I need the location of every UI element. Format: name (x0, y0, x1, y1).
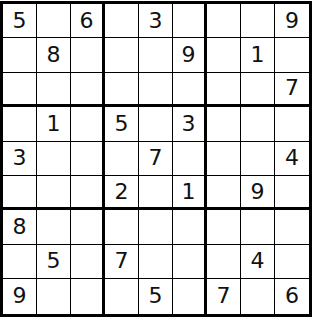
given-digit: 3 (13, 147, 27, 169)
cell-r6c8[interactable]: 9 (241, 176, 275, 210)
cell-r6c7[interactable] (207, 176, 241, 210)
given-digit: 8 (47, 44, 61, 66)
given-digit: 6 (80, 10, 94, 32)
cell-r5c5[interactable]: 7 (139, 142, 173, 176)
cell-r8c1[interactable] (3, 245, 37, 279)
given-digit: 9 (251, 181, 265, 203)
cell-r2c2[interactable]: 8 (37, 38, 71, 72)
cell-r1c6[interactable] (173, 4, 207, 38)
cell-r1c1[interactable]: 5 (3, 4, 37, 38)
given-digit: 1 (251, 44, 265, 66)
cell-r1c9[interactable]: 9 (275, 4, 309, 38)
cell-r1c4[interactable] (105, 4, 139, 38)
cell-r5c2[interactable] (37, 142, 71, 176)
cell-r2c8[interactable]: 1 (241, 38, 275, 72)
given-digit: 3 (149, 10, 163, 32)
cell-r4c8[interactable] (241, 107, 275, 141)
cell-r5c7[interactable] (207, 142, 241, 176)
cell-r4c7[interactable] (207, 107, 241, 141)
cell-r9c6[interactable] (173, 279, 207, 313)
cell-r8c5[interactable] (139, 245, 173, 279)
given-digit: 6 (285, 285, 299, 307)
given-digit: 5 (47, 250, 61, 272)
cell-r3c4[interactable] (105, 73, 139, 107)
cell-r4c4[interactable]: 5 (105, 107, 139, 141)
cell-r7c8[interactable] (241, 210, 275, 244)
given-digit: 7 (285, 77, 299, 99)
given-digit: 5 (149, 285, 163, 307)
cell-r6c3[interactable] (71, 176, 105, 210)
cell-r4c9[interactable] (275, 107, 309, 141)
cell-r8c6[interactable] (173, 245, 207, 279)
given-digit: 9 (13, 285, 27, 307)
given-digit: 7 (217, 285, 231, 307)
given-digit: 2 (115, 181, 129, 203)
cell-r5c6[interactable] (173, 142, 207, 176)
cell-r5c1[interactable]: 3 (3, 142, 37, 176)
cell-r2c6[interactable]: 9 (173, 38, 207, 72)
cell-r9c7[interactable]: 7 (207, 279, 241, 313)
cell-r9c3[interactable] (71, 279, 105, 313)
given-digit: 9 (285, 10, 299, 32)
cell-r1c5[interactable]: 3 (139, 4, 173, 38)
cell-r3c2[interactable] (37, 73, 71, 107)
cell-r4c2[interactable]: 1 (37, 107, 71, 141)
given-digit: 7 (115, 250, 129, 272)
cell-r8c3[interactable] (71, 245, 105, 279)
cell-r7c3[interactable] (71, 210, 105, 244)
cell-r5c3[interactable] (71, 142, 105, 176)
cell-r6c6[interactable]: 1 (173, 176, 207, 210)
cell-r4c6[interactable]: 3 (173, 107, 207, 141)
cell-r7c9[interactable] (275, 210, 309, 244)
given-digit: 5 (13, 10, 27, 32)
cell-r9c4[interactable] (105, 279, 139, 313)
cell-r7c2[interactable] (37, 210, 71, 244)
cell-r6c4[interactable]: 2 (105, 176, 139, 210)
cell-r9c5[interactable]: 5 (139, 279, 173, 313)
cell-r9c8[interactable] (241, 279, 275, 313)
cell-r4c3[interactable] (71, 107, 105, 141)
cell-r8c9[interactable] (275, 245, 309, 279)
cell-r3c1[interactable] (3, 73, 37, 107)
given-digit: 7 (149, 147, 163, 169)
given-digit: 1 (182, 181, 196, 203)
given-digit: 5 (115, 113, 129, 135)
cell-r4c1[interactable] (3, 107, 37, 141)
cell-r7c7[interactable] (207, 210, 241, 244)
cell-r9c1[interactable]: 9 (3, 279, 37, 313)
cell-r8c7[interactable] (207, 245, 241, 279)
cell-r9c2[interactable] (37, 279, 71, 313)
cell-r6c5[interactable] (139, 176, 173, 210)
cell-r3c6[interactable] (173, 73, 207, 107)
cell-r2c7[interactable] (207, 38, 241, 72)
cell-r1c7[interactable] (207, 4, 241, 38)
cell-r6c2[interactable] (37, 176, 71, 210)
cell-r1c3[interactable]: 6 (71, 4, 105, 38)
given-digit: 4 (285, 147, 299, 169)
cell-r2c4[interactable] (105, 38, 139, 72)
cell-r5c4[interactable] (105, 142, 139, 176)
cell-r7c1[interactable]: 8 (3, 210, 37, 244)
cell-r1c8[interactable] (241, 4, 275, 38)
cell-r8c2[interactable]: 5 (37, 245, 71, 279)
given-digit: 4 (251, 250, 265, 272)
cell-r3c8[interactable] (241, 73, 275, 107)
given-digit: 8 (13, 216, 27, 238)
given-digit: 1 (47, 113, 61, 135)
cell-r7c4[interactable] (105, 210, 139, 244)
cell-r2c3[interactable] (71, 38, 105, 72)
cell-r7c6[interactable] (173, 210, 207, 244)
sudoku-board: 5639891715337421985749576 (0, 1, 312, 317)
cell-r3c9[interactable]: 7 (275, 73, 309, 107)
cell-r8c8[interactable]: 4 (241, 245, 275, 279)
cell-r2c1[interactable] (3, 38, 37, 72)
cell-r3c7[interactable] (207, 73, 241, 107)
cell-r6c9[interactable] (275, 176, 309, 210)
cell-r4c5[interactable] (139, 107, 173, 141)
sudoku-page: 5639891715337421985749576 (0, 0, 312, 317)
cell-r5c9[interactable]: 4 (275, 142, 309, 176)
cell-r6c1[interactable] (3, 176, 37, 210)
cell-r2c5[interactable] (139, 38, 173, 72)
cell-r1c2[interactable] (37, 4, 71, 38)
given-digit: 9 (182, 44, 196, 66)
given-digit: 3 (182, 113, 196, 135)
cell-r3c5[interactable] (139, 73, 173, 107)
cell-r8c4[interactable]: 7 (105, 245, 139, 279)
cell-r7c5[interactable] (139, 210, 173, 244)
cell-r9c9[interactable]: 6 (275, 279, 309, 313)
cell-r5c8[interactable] (241, 142, 275, 176)
cell-r2c9[interactable] (275, 38, 309, 72)
cell-r3c3[interactable] (71, 73, 105, 107)
